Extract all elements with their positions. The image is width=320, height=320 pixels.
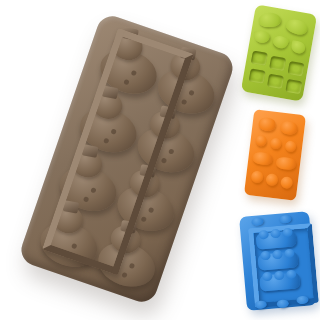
figure-cavity bbox=[257, 251, 298, 270]
oval-cavity bbox=[280, 121, 298, 136]
square-cavity bbox=[251, 50, 268, 65]
leaf-cavity bbox=[254, 30, 271, 44]
round-cavity bbox=[270, 137, 282, 149]
duck-cavity bbox=[258, 12, 281, 28]
square-cavity bbox=[288, 61, 305, 76]
leaf-cavity bbox=[290, 40, 306, 54]
round-cavity bbox=[255, 135, 267, 147]
figure-cavity bbox=[259, 272, 300, 291]
square-cavity bbox=[249, 68, 266, 83]
figure-bump bbox=[286, 269, 297, 279]
figure-bump bbox=[284, 249, 295, 259]
round-cavity bbox=[265, 173, 278, 186]
square-cavity bbox=[267, 74, 284, 89]
figure-bump bbox=[274, 271, 285, 281]
square-cavity bbox=[269, 56, 286, 71]
long-cavity bbox=[252, 151, 273, 165]
green-mold bbox=[241, 4, 317, 101]
rim-bump bbox=[279, 215, 292, 224]
product-photo bbox=[0, 0, 320, 320]
figure-cavity bbox=[256, 230, 297, 249]
brown-snowman-mold bbox=[17, 12, 237, 306]
figure-bump bbox=[262, 272, 273, 282]
mold-support-frame bbox=[248, 223, 319, 308]
leaf-cavity bbox=[271, 34, 290, 51]
rim-bump bbox=[254, 300, 267, 309]
long-cavity bbox=[275, 156, 296, 170]
oval-cavity bbox=[258, 117, 276, 132]
round-cavity bbox=[280, 176, 293, 189]
rim-bump bbox=[276, 299, 289, 308]
blue-mold bbox=[239, 211, 317, 311]
figure-bump bbox=[270, 229, 281, 239]
figure-bump bbox=[258, 230, 269, 240]
figure-bump bbox=[260, 251, 271, 261]
figure-bump bbox=[272, 250, 283, 260]
figure-bump bbox=[282, 228, 293, 238]
round-cavity bbox=[285, 140, 297, 152]
square-cavity bbox=[285, 79, 302, 94]
rim-bump bbox=[251, 217, 264, 226]
duck-cavity bbox=[284, 16, 309, 36]
orange-mold bbox=[244, 109, 306, 201]
round-cavity bbox=[251, 170, 264, 183]
